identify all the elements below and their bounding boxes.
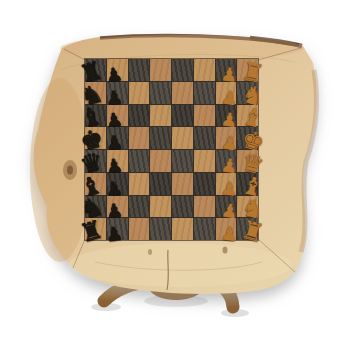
- square-f8: [194, 59, 215, 81]
- square-f2: [194, 196, 215, 218]
- square-h8: ♜: [237, 59, 258, 81]
- frame-tone-bottom: [68, 243, 292, 287]
- square-h5: ♚: [237, 127, 258, 149]
- frame-tone-left: [30, 78, 90, 262]
- square-b7: ♟: [107, 82, 128, 104]
- square-e6: [172, 105, 193, 127]
- square-c2: [129, 196, 150, 218]
- square-f3: [194, 173, 215, 195]
- square-h3: ♝: [237, 173, 258, 195]
- square-e5: [172, 127, 193, 149]
- square-g1: ♟: [216, 218, 237, 240]
- square-g6: ♟: [216, 105, 237, 127]
- square-a7: ♞: [85, 82, 106, 104]
- square-a2: ♞: [85, 196, 106, 218]
- square-g7: ♟: [216, 82, 237, 104]
- square-e7: [172, 82, 193, 104]
- square-f5: [194, 127, 215, 149]
- square-g4: ♟: [216, 150, 237, 172]
- square-d3: [150, 173, 171, 195]
- square-h2: ♞: [237, 196, 258, 218]
- square-c8: [129, 59, 150, 81]
- square-d2: [150, 196, 171, 218]
- square-d8: [150, 59, 171, 81]
- square-a5: ♚: [85, 127, 106, 149]
- square-d6: [150, 105, 171, 127]
- square-f6: [194, 105, 215, 127]
- square-d1: [150, 218, 171, 240]
- square-d7: [150, 82, 171, 104]
- square-f4: [194, 150, 215, 172]
- square-b3: ♟: [107, 173, 128, 195]
- square-h6: ♝: [237, 105, 258, 127]
- square-f1: [194, 218, 215, 240]
- square-a1: ♜: [85, 218, 106, 240]
- square-e2: [172, 196, 193, 218]
- chess-board: ♜♟♟♜♞♟♟♞♝♟♟♝♚♟♟♚♛♟♟♛♝♟♟♝♞♟♟♞♜♟♟♜: [85, 59, 258, 240]
- square-d5: [150, 127, 171, 149]
- square-a6: ♝: [85, 105, 106, 127]
- square-h7: ♞: [237, 82, 258, 104]
- square-f7: [194, 82, 215, 104]
- photo-background: ♜♟♟♜♞♟♟♞♝♟♟♝♚♟♟♚♛♟♟♛♝♟♟♝♞♟♟♞♜♟♟♜: [0, 0, 350, 350]
- square-c1: [129, 218, 150, 240]
- square-a3: ♝: [85, 173, 106, 195]
- square-b2: ♟: [107, 196, 128, 218]
- square-a8: ♜: [85, 59, 106, 81]
- square-e4: [172, 150, 193, 172]
- square-e8: [172, 59, 193, 81]
- square-b5: ♟: [107, 127, 128, 149]
- square-g5: ♟: [216, 127, 237, 149]
- square-c7: [129, 82, 150, 104]
- square-g2: ♟: [216, 196, 237, 218]
- square-b4: ♟: [107, 150, 128, 172]
- square-c5: [129, 127, 150, 149]
- square-h1: ♜: [237, 218, 258, 240]
- square-e3: [172, 173, 193, 195]
- square-e1: [172, 218, 193, 240]
- square-a4: ♛: [85, 150, 106, 172]
- square-g3: ♟: [216, 173, 237, 195]
- square-g8: ♟: [216, 59, 237, 81]
- square-c3: [129, 173, 150, 195]
- square-b6: ♟: [107, 105, 128, 127]
- square-c4: [129, 150, 150, 172]
- square-h4: ♛: [237, 150, 258, 172]
- square-b8: ♟: [107, 59, 128, 81]
- square-b1: ♟: [107, 218, 128, 240]
- square-d4: [150, 150, 171, 172]
- square-c6: [129, 105, 150, 127]
